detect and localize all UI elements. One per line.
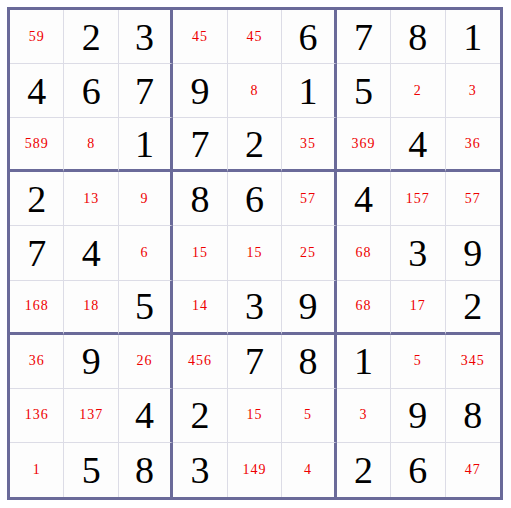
cell-r8c6[interactable]: 5 xyxy=(282,389,336,443)
candidate-digits: 26 xyxy=(137,354,153,368)
cell-r8c4[interactable]: 2 xyxy=(173,389,227,443)
cell-r4c8[interactable]: 157 xyxy=(391,172,445,226)
solved-digit: 4 xyxy=(354,180,373,218)
candidate-digits: 18 xyxy=(83,299,99,313)
candidate-digits: 3 xyxy=(359,408,367,422)
cell-r9c7[interactable]: 2 xyxy=(337,443,391,497)
cell-r1c1[interactable]: 59 xyxy=(10,10,64,64)
candidate-digits: 5 xyxy=(304,408,312,422)
cell-r7c1[interactable]: 36 xyxy=(10,335,64,389)
cell-r1c2[interactable]: 2 xyxy=(64,10,118,64)
cell-r4c7[interactable]: 4 xyxy=(337,172,391,226)
cell-r1c7[interactable]: 7 xyxy=(337,10,391,64)
cell-r8c3[interactable]: 4 xyxy=(119,389,173,443)
cell-r2c5[interactable]: 8 xyxy=(228,64,282,118)
candidate-digits: 9 xyxy=(141,192,149,206)
cell-r4c1[interactable]: 2 xyxy=(10,172,64,226)
solved-digit: 1 xyxy=(298,72,317,110)
solved-digit: 5 xyxy=(354,72,373,110)
cell-r8c1[interactable]: 136 xyxy=(10,389,64,443)
cell-r4c6[interactable]: 57 xyxy=(282,172,336,226)
cell-r7c3[interactable]: 26 xyxy=(119,335,173,389)
solved-digit: 2 xyxy=(191,396,210,434)
solved-digit: 1 xyxy=(135,125,154,163)
candidate-digits: 13 xyxy=(83,192,99,206)
solved-digit: 5 xyxy=(135,287,154,325)
cell-r6c6[interactable]: 9 xyxy=(282,281,336,335)
candidate-digits: 149 xyxy=(242,463,266,477)
cell-r1c6[interactable]: 6 xyxy=(282,10,336,64)
cell-r5c6[interactable]: 25 xyxy=(282,226,336,280)
candidate-digits: 36 xyxy=(29,354,45,368)
cell-r7c6[interactable]: 8 xyxy=(282,335,336,389)
cell-r6c7[interactable]: 68 xyxy=(337,281,391,335)
cell-r5c5[interactable]: 15 xyxy=(228,226,282,280)
cell-r3c4[interactable]: 7 xyxy=(173,118,227,172)
sudoku-board: 5923454567814679815235898172353694362139… xyxy=(7,7,503,500)
candidate-digits: 8 xyxy=(87,137,95,151)
cell-r6c1[interactable]: 168 xyxy=(10,281,64,335)
candidate-digits: 59 xyxy=(29,30,45,44)
solved-digit: 3 xyxy=(135,18,154,56)
solved-digit: 4 xyxy=(135,396,154,434)
cell-r2c3[interactable]: 7 xyxy=(119,64,173,118)
cell-r5c2[interactable]: 4 xyxy=(64,226,118,280)
solved-digit: 5 xyxy=(82,451,101,489)
solved-digit: 3 xyxy=(408,234,427,272)
candidate-digits: 589 xyxy=(25,137,49,151)
cell-r3c3[interactable]: 1 xyxy=(119,118,173,172)
candidate-digits: 17 xyxy=(410,299,426,313)
cell-r3c5[interactable]: 2 xyxy=(228,118,282,172)
candidate-digits: 345 xyxy=(461,354,485,368)
candidate-digits: 3 xyxy=(469,84,477,98)
candidate-digits: 168 xyxy=(25,299,49,313)
cell-r9c3[interactable]: 8 xyxy=(119,443,173,497)
cell-r7c9[interactable]: 345 xyxy=(446,335,500,389)
cell-r6c2[interactable]: 18 xyxy=(64,281,118,335)
solved-digit: 6 xyxy=(298,18,317,56)
cell-r1c5[interactable]: 45 xyxy=(228,10,282,64)
cell-r7c5[interactable]: 7 xyxy=(228,335,282,389)
solved-digit: 2 xyxy=(27,180,46,218)
cell-r3c2[interactable]: 8 xyxy=(64,118,118,172)
cell-r2c1[interactable]: 4 xyxy=(10,64,64,118)
solved-digit: 7 xyxy=(135,72,154,110)
solved-digit: 6 xyxy=(82,72,101,110)
solved-digit: 2 xyxy=(354,451,373,489)
candidate-digits: 6 xyxy=(141,246,149,260)
cell-r4c2[interactable]: 13 xyxy=(64,172,118,226)
cell-r1c9[interactable]: 1 xyxy=(446,10,500,64)
solved-digit: 9 xyxy=(191,72,210,110)
candidate-digits: 136 xyxy=(25,408,49,422)
board-wrapper: 5923454567814679815235898172353694362139… xyxy=(0,0,511,500)
cell-r3c6[interactable]: 35 xyxy=(282,118,336,172)
solved-digit: 7 xyxy=(27,234,46,272)
cell-r9c1[interactable]: 1 xyxy=(10,443,64,497)
cell-r8c5[interactable]: 15 xyxy=(228,389,282,443)
cell-r5c1[interactable]: 7 xyxy=(10,226,64,280)
solved-digit: 7 xyxy=(354,18,373,56)
cell-r2c8[interactable]: 2 xyxy=(391,64,445,118)
solved-digit: 9 xyxy=(82,342,101,380)
solved-digit: 4 xyxy=(408,125,427,163)
cell-r5c7[interactable]: 68 xyxy=(337,226,391,280)
candidate-digits: 25 xyxy=(300,246,316,260)
solved-digit: 4 xyxy=(27,72,46,110)
cell-r1c4[interactable]: 45 xyxy=(173,10,227,64)
candidate-digits: 15 xyxy=(246,408,262,422)
candidate-digits: 157 xyxy=(406,192,430,206)
candidate-digits: 45 xyxy=(192,30,208,44)
candidate-digits: 1 xyxy=(33,463,41,477)
candidate-digits: 369 xyxy=(351,137,375,151)
cell-r7c7[interactable]: 1 xyxy=(337,335,391,389)
cell-r2c9[interactable]: 3 xyxy=(446,64,500,118)
cell-r7c4[interactable]: 456 xyxy=(173,335,227,389)
cell-r3c8[interactable]: 4 xyxy=(391,118,445,172)
cell-r3c1[interactable]: 589 xyxy=(10,118,64,172)
cell-r8c2[interactable]: 137 xyxy=(64,389,118,443)
cell-r1c3[interactable]: 3 xyxy=(119,10,173,64)
cell-r2c2[interactable]: 6 xyxy=(64,64,118,118)
solved-digit: 2 xyxy=(82,18,101,56)
candidate-digits: 57 xyxy=(465,192,481,206)
candidate-digits: 137 xyxy=(79,408,103,422)
cell-r8c7[interactable]: 3 xyxy=(337,389,391,443)
cell-r5c9[interactable]: 9 xyxy=(446,226,500,280)
solved-digit: 8 xyxy=(135,451,154,489)
cell-r9c5[interactable]: 149 xyxy=(228,443,282,497)
cell-r4c3[interactable]: 9 xyxy=(119,172,173,226)
candidate-digits: 35 xyxy=(300,137,316,151)
cell-r6c8[interactable]: 17 xyxy=(391,281,445,335)
solved-digit: 8 xyxy=(191,180,210,218)
cell-r9c6[interactable]: 4 xyxy=(282,443,336,497)
candidate-digits: 14 xyxy=(192,299,208,313)
candidate-digits: 45 xyxy=(246,30,262,44)
solved-digit: 8 xyxy=(408,18,427,56)
solved-digit: 2 xyxy=(463,287,482,325)
cell-r1c8[interactable]: 8 xyxy=(391,10,445,64)
candidate-digits: 15 xyxy=(246,246,262,260)
candidate-digits: 47 xyxy=(465,463,481,477)
candidate-digits: 36 xyxy=(465,137,481,151)
cell-r9c4[interactable]: 3 xyxy=(173,443,227,497)
cell-r9c9[interactable]: 47 xyxy=(446,443,500,497)
cell-r2c6[interactable]: 1 xyxy=(282,64,336,118)
cell-r9c8[interactable]: 6 xyxy=(391,443,445,497)
cell-r2c7[interactable]: 5 xyxy=(337,64,391,118)
solved-digit: 9 xyxy=(298,287,317,325)
solved-digit: 1 xyxy=(354,342,373,380)
solved-digit: 6 xyxy=(245,180,264,218)
cell-r6c9[interactable]: 2 xyxy=(446,281,500,335)
solved-digit: 6 xyxy=(408,451,427,489)
cell-r5c3[interactable]: 6 xyxy=(119,226,173,280)
solved-digit: 8 xyxy=(463,396,482,434)
solved-digit: 8 xyxy=(298,342,317,380)
candidate-digits: 456 xyxy=(188,354,212,368)
cell-r4c5[interactable]: 6 xyxy=(228,172,282,226)
solved-digit: 2 xyxy=(245,125,264,163)
candidate-digits: 2 xyxy=(414,84,422,98)
solved-digit: 9 xyxy=(463,234,482,272)
cell-r8c9[interactable]: 8 xyxy=(446,389,500,443)
solved-digit: 7 xyxy=(191,125,210,163)
cell-r6c4[interactable]: 14 xyxy=(173,281,227,335)
cell-r6c3[interactable]: 5 xyxy=(119,281,173,335)
cell-r5c8[interactable]: 3 xyxy=(391,226,445,280)
candidate-digits: 68 xyxy=(355,246,371,260)
candidate-digits: 4 xyxy=(304,463,312,477)
cell-r6c5[interactable]: 3 xyxy=(228,281,282,335)
cell-r5c4[interactable]: 15 xyxy=(173,226,227,280)
cell-r8c8[interactable]: 9 xyxy=(391,389,445,443)
candidate-digits: 8 xyxy=(250,84,258,98)
candidate-digits: 15 xyxy=(192,246,208,260)
cell-r7c8[interactable]: 5 xyxy=(391,335,445,389)
solved-digit: 1 xyxy=(463,18,482,56)
candidate-digits: 5 xyxy=(414,354,422,368)
solved-digit: 3 xyxy=(245,287,264,325)
cell-r7c2[interactable]: 9 xyxy=(64,335,118,389)
cell-r3c9[interactable]: 36 xyxy=(446,118,500,172)
solved-digit: 4 xyxy=(82,234,101,272)
solved-digit: 3 xyxy=(191,451,210,489)
solved-digit: 9 xyxy=(408,396,427,434)
cell-r2c4[interactable]: 9 xyxy=(173,64,227,118)
cell-r9c2[interactable]: 5 xyxy=(64,443,118,497)
solved-digit: 7 xyxy=(245,342,264,380)
cell-r4c4[interactable]: 8 xyxy=(173,172,227,226)
candidate-digits: 57 xyxy=(300,192,316,206)
candidate-digits: 68 xyxy=(355,299,371,313)
cell-r4c9[interactable]: 57 xyxy=(446,172,500,226)
cell-r3c7[interactable]: 369 xyxy=(337,118,391,172)
